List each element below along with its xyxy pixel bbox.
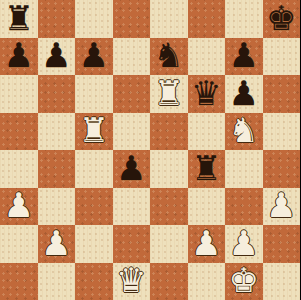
white-pawn-b2[interactable]: ♟ — [41, 226, 71, 260]
square-e8[interactable] — [150, 0, 188, 38]
black-pawn-c7[interactable]: ♟ — [79, 38, 109, 72]
square-g1[interactable]: ♚ — [225, 263, 263, 300]
black-pawn-d4[interactable]: ♟ — [116, 151, 146, 185]
white-pawn-a3[interactable]: ♟ — [4, 188, 34, 222]
black-pawn-a7[interactable]: ♟ — [4, 38, 34, 72]
square-a5[interactable] — [0, 113, 38, 151]
square-h2[interactable] — [263, 225, 301, 263]
square-g7[interactable]: ♟ — [225, 38, 263, 76]
square-c7[interactable]: ♟ — [75, 38, 113, 76]
chess-board-wrap: ♜♚♟♟♟♞♟♜♛♟♜♞♟♜♟♟♟♟♟♛♚ — [0, 0, 300, 300]
black-queen-f6[interactable]: ♛ — [191, 76, 221, 110]
square-h6[interactable] — [263, 75, 301, 113]
square-c2[interactable] — [75, 225, 113, 263]
square-b5[interactable] — [38, 113, 76, 151]
square-c6[interactable] — [75, 75, 113, 113]
white-rook-e6[interactable]: ♜ — [154, 76, 184, 110]
white-knight-g5[interactable]: ♞ — [229, 113, 259, 147]
square-d8[interactable] — [113, 0, 151, 38]
square-d7[interactable] — [113, 38, 151, 76]
black-king-h8[interactable]: ♚ — [266, 1, 296, 35]
square-g4[interactable] — [225, 150, 263, 188]
square-b2[interactable]: ♟ — [38, 225, 76, 263]
square-a3[interactable]: ♟ — [0, 188, 38, 226]
square-c1[interactable] — [75, 263, 113, 300]
square-h3[interactable]: ♟ — [263, 188, 301, 226]
square-f3[interactable] — [188, 188, 226, 226]
square-d1[interactable]: ♛ — [113, 263, 151, 300]
square-e1[interactable] — [150, 263, 188, 300]
square-b4[interactable] — [38, 150, 76, 188]
white-queen-d1[interactable]: ♛ — [116, 263, 146, 297]
square-a4[interactable] — [0, 150, 38, 188]
square-b3[interactable] — [38, 188, 76, 226]
square-a1[interactable] — [0, 263, 38, 300]
square-f4[interactable]: ♜ — [188, 150, 226, 188]
square-e5[interactable] — [150, 113, 188, 151]
square-e7[interactable]: ♞ — [150, 38, 188, 76]
square-h1[interactable] — [263, 263, 301, 300]
square-e4[interactable] — [150, 150, 188, 188]
white-pawn-f2[interactable]: ♟ — [191, 226, 221, 260]
square-h7[interactable] — [263, 38, 301, 76]
square-f5[interactable] — [188, 113, 226, 151]
square-g5[interactable]: ♞ — [225, 113, 263, 151]
square-g3[interactable] — [225, 188, 263, 226]
square-c8[interactable] — [75, 0, 113, 38]
black-rook-f4[interactable]: ♜ — [191, 151, 221, 185]
square-e6[interactable]: ♜ — [150, 75, 188, 113]
white-pawn-g2[interactable]: ♟ — [229, 226, 259, 260]
square-e3[interactable] — [150, 188, 188, 226]
square-b8[interactable] — [38, 0, 76, 38]
black-knight-e7[interactable]: ♞ — [154, 38, 184, 72]
square-d2[interactable] — [113, 225, 151, 263]
square-a7[interactable]: ♟ — [0, 38, 38, 76]
square-f2[interactable]: ♟ — [188, 225, 226, 263]
black-pawn-b7[interactable]: ♟ — [41, 38, 71, 72]
square-d4[interactable]: ♟ — [113, 150, 151, 188]
square-h8[interactable]: ♚ — [263, 0, 301, 38]
square-h4[interactable] — [263, 150, 301, 188]
square-c4[interactable] — [75, 150, 113, 188]
square-a6[interactable] — [0, 75, 38, 113]
square-c3[interactable] — [75, 188, 113, 226]
black-rook-a8[interactable]: ♜ — [4, 1, 34, 35]
square-d6[interactable] — [113, 75, 151, 113]
square-a2[interactable] — [0, 225, 38, 263]
square-d3[interactable] — [113, 188, 151, 226]
square-b1[interactable] — [38, 263, 76, 300]
square-f7[interactable] — [188, 38, 226, 76]
square-d5[interactable] — [113, 113, 151, 151]
square-e2[interactable] — [150, 225, 188, 263]
white-king-g1[interactable]: ♚ — [229, 263, 259, 297]
square-a8[interactable]: ♜ — [0, 0, 38, 38]
square-g2[interactable]: ♟ — [225, 225, 263, 263]
square-f1[interactable] — [188, 263, 226, 300]
white-rook-c5[interactable]: ♜ — [79, 113, 109, 147]
square-g8[interactable] — [225, 0, 263, 38]
square-b6[interactable] — [38, 75, 76, 113]
square-f8[interactable] — [188, 0, 226, 38]
square-f6[interactable]: ♛ — [188, 75, 226, 113]
black-pawn-g6[interactable]: ♟ — [229, 76, 259, 110]
chess-board: ♜♚♟♟♟♞♟♜♛♟♜♞♟♜♟♟♟♟♟♛♚ — [0, 0, 300, 300]
square-g6[interactable]: ♟ — [225, 75, 263, 113]
square-c5[interactable]: ♜ — [75, 113, 113, 151]
square-b7[interactable]: ♟ — [38, 38, 76, 76]
square-h5[interactable] — [263, 113, 301, 151]
white-pawn-h3[interactable]: ♟ — [266, 188, 296, 222]
black-pawn-g7[interactable]: ♟ — [229, 38, 259, 72]
